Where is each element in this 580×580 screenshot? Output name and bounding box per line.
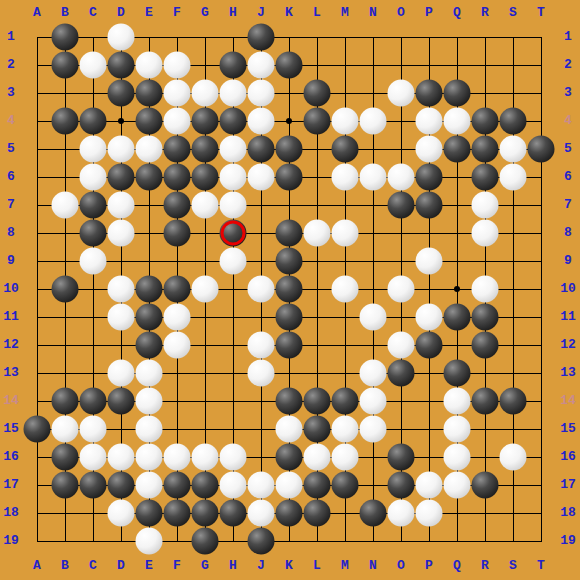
point-D16[interactable]	[107, 443, 135, 471]
point-K3[interactable]	[275, 79, 303, 107]
point-H6[interactable]	[219, 163, 247, 191]
point-B16[interactable]	[51, 443, 79, 471]
white-stone[interactable]	[220, 80, 247, 107]
black-stone[interactable]	[304, 108, 331, 135]
point-K4[interactable]	[275, 107, 303, 135]
point-H16[interactable]	[219, 443, 247, 471]
point-T18[interactable]	[527, 499, 555, 527]
point-H18[interactable]	[219, 499, 247, 527]
point-P6[interactable]	[415, 163, 443, 191]
point-T19[interactable]	[527, 527, 555, 555]
white-stone[interactable]	[220, 472, 247, 499]
point-J4[interactable]	[247, 107, 275, 135]
point-C16[interactable]	[79, 443, 107, 471]
point-T15[interactable]	[527, 415, 555, 443]
point-L2[interactable]	[303, 51, 331, 79]
black-stone[interactable]	[276, 52, 303, 79]
point-K6[interactable]	[275, 163, 303, 191]
point-F19[interactable]	[163, 527, 191, 555]
point-F1[interactable]	[163, 23, 191, 51]
point-N6[interactable]	[359, 163, 387, 191]
point-J8[interactable]	[247, 219, 275, 247]
point-N10[interactable]	[359, 275, 387, 303]
point-J9[interactable]	[247, 247, 275, 275]
black-stone[interactable]	[304, 80, 331, 107]
point-K1[interactable]	[275, 23, 303, 51]
point-J1[interactable]	[247, 23, 275, 51]
point-C17[interactable]	[79, 471, 107, 499]
black-stone[interactable]	[472, 108, 499, 135]
point-D2[interactable]	[107, 51, 135, 79]
point-T11[interactable]	[527, 303, 555, 331]
white-stone[interactable]	[108, 220, 135, 247]
black-stone[interactable]	[52, 276, 79, 303]
point-S15[interactable]	[499, 415, 527, 443]
black-stone[interactable]	[136, 80, 163, 107]
point-L1[interactable]	[303, 23, 331, 51]
black-stone[interactable]	[416, 332, 443, 359]
white-stone[interactable]	[416, 500, 443, 527]
point-J17[interactable]	[247, 471, 275, 499]
point-F4[interactable]	[163, 107, 191, 135]
point-C8[interactable]	[79, 219, 107, 247]
white-stone[interactable]	[332, 416, 359, 443]
point-R18[interactable]	[471, 499, 499, 527]
black-stone[interactable]	[80, 108, 107, 135]
black-stone[interactable]	[388, 444, 415, 471]
white-stone[interactable]	[360, 388, 387, 415]
point-H8[interactable]	[219, 219, 247, 247]
point-P18[interactable]	[415, 499, 443, 527]
point-E7[interactable]	[135, 191, 163, 219]
point-G9[interactable]	[191, 247, 219, 275]
point-Q14[interactable]	[443, 387, 471, 415]
point-O8[interactable]	[387, 219, 415, 247]
point-R3[interactable]	[471, 79, 499, 107]
point-B1[interactable]	[51, 23, 79, 51]
point-R4[interactable]	[471, 107, 499, 135]
white-stone[interactable]	[136, 472, 163, 499]
point-N12[interactable]	[359, 331, 387, 359]
point-Q5[interactable]	[443, 135, 471, 163]
point-T9[interactable]	[527, 247, 555, 275]
point-T5[interactable]	[527, 135, 555, 163]
white-stone[interactable]	[164, 52, 191, 79]
white-stone[interactable]	[500, 164, 527, 191]
point-N14[interactable]	[359, 387, 387, 415]
black-stone[interactable]	[472, 164, 499, 191]
point-P13[interactable]	[415, 359, 443, 387]
black-stone[interactable]	[52, 108, 79, 135]
white-stone[interactable]	[444, 108, 471, 135]
point-S18[interactable]	[499, 499, 527, 527]
black-stone[interactable]	[304, 416, 331, 443]
point-P11[interactable]	[415, 303, 443, 331]
point-D15[interactable]	[107, 415, 135, 443]
point-L8[interactable]	[303, 219, 331, 247]
point-T2[interactable]	[527, 51, 555, 79]
point-T6[interactable]	[527, 163, 555, 191]
point-H12[interactable]	[219, 331, 247, 359]
point-S10[interactable]	[499, 275, 527, 303]
black-stone[interactable]	[108, 52, 135, 79]
point-H3[interactable]	[219, 79, 247, 107]
point-C5[interactable]	[79, 135, 107, 163]
white-stone[interactable]	[304, 444, 331, 471]
point-O12[interactable]	[387, 331, 415, 359]
point-C13[interactable]	[79, 359, 107, 387]
point-G1[interactable]	[191, 23, 219, 51]
point-O15[interactable]	[387, 415, 415, 443]
white-stone[interactable]	[80, 416, 107, 443]
point-B19[interactable]	[51, 527, 79, 555]
point-H11[interactable]	[219, 303, 247, 331]
point-B3[interactable]	[51, 79, 79, 107]
point-S17[interactable]	[499, 471, 527, 499]
black-stone[interactable]	[276, 500, 303, 527]
black-stone[interactable]	[164, 192, 191, 219]
point-O14[interactable]	[387, 387, 415, 415]
point-O13[interactable]	[387, 359, 415, 387]
point-A2[interactable]	[23, 51, 51, 79]
point-M18[interactable]	[331, 499, 359, 527]
black-stone[interactable]	[472, 332, 499, 359]
black-stone[interactable]	[248, 136, 275, 163]
point-O9[interactable]	[387, 247, 415, 275]
point-O3[interactable]	[387, 79, 415, 107]
point-L18[interactable]	[303, 499, 331, 527]
point-A14[interactable]	[23, 387, 51, 415]
white-stone[interactable]	[444, 444, 471, 471]
white-stone[interactable]	[388, 332, 415, 359]
point-M3[interactable]	[331, 79, 359, 107]
black-stone[interactable]	[472, 304, 499, 331]
white-stone[interactable]	[472, 220, 499, 247]
black-stone[interactable]	[388, 472, 415, 499]
point-L6[interactable]	[303, 163, 331, 191]
point-Q10[interactable]	[443, 275, 471, 303]
point-E3[interactable]	[135, 79, 163, 107]
white-stone[interactable]	[332, 220, 359, 247]
point-F8[interactable]	[163, 219, 191, 247]
point-D5[interactable]	[107, 135, 135, 163]
point-T14[interactable]	[527, 387, 555, 415]
point-B4[interactable]	[51, 107, 79, 135]
white-stone[interactable]	[136, 388, 163, 415]
point-T12[interactable]	[527, 331, 555, 359]
point-K15[interactable]	[275, 415, 303, 443]
point-K11[interactable]	[275, 303, 303, 331]
point-F15[interactable]	[163, 415, 191, 443]
point-C1[interactable]	[79, 23, 107, 51]
point-Q16[interactable]	[443, 443, 471, 471]
white-stone[interactable]	[80, 52, 107, 79]
white-stone[interactable]	[416, 472, 443, 499]
white-stone[interactable]	[108, 136, 135, 163]
point-S19[interactable]	[499, 527, 527, 555]
point-J5[interactable]	[247, 135, 275, 163]
point-F13[interactable]	[163, 359, 191, 387]
white-stone[interactable]	[332, 444, 359, 471]
point-T1[interactable]	[527, 23, 555, 51]
point-J3[interactable]	[247, 79, 275, 107]
point-S7[interactable]	[499, 191, 527, 219]
point-M7[interactable]	[331, 191, 359, 219]
point-C2[interactable]	[79, 51, 107, 79]
point-T10[interactable]	[527, 275, 555, 303]
point-L17[interactable]	[303, 471, 331, 499]
white-stone[interactable]	[360, 164, 387, 191]
point-G11[interactable]	[191, 303, 219, 331]
white-stone[interactable]	[388, 276, 415, 303]
point-B6[interactable]	[51, 163, 79, 191]
white-stone[interactable]	[108, 360, 135, 387]
point-G4[interactable]	[191, 107, 219, 135]
point-Q3[interactable]	[443, 79, 471, 107]
point-A4[interactable]	[23, 107, 51, 135]
point-L7[interactable]	[303, 191, 331, 219]
point-O2[interactable]	[387, 51, 415, 79]
point-F18[interactable]	[163, 499, 191, 527]
point-B13[interactable]	[51, 359, 79, 387]
black-stone[interactable]	[164, 472, 191, 499]
point-S12[interactable]	[499, 331, 527, 359]
point-A3[interactable]	[23, 79, 51, 107]
point-B18[interactable]	[51, 499, 79, 527]
black-stone[interactable]	[332, 136, 359, 163]
point-G5[interactable]	[191, 135, 219, 163]
point-F5[interactable]	[163, 135, 191, 163]
point-K8[interactable]	[275, 219, 303, 247]
white-stone[interactable]	[164, 80, 191, 107]
black-stone[interactable]	[220, 52, 247, 79]
point-D19[interactable]	[107, 527, 135, 555]
black-stone[interactable]	[80, 220, 107, 247]
white-stone[interactable]	[108, 500, 135, 527]
point-S2[interactable]	[499, 51, 527, 79]
point-B8[interactable]	[51, 219, 79, 247]
white-stone[interactable]	[220, 192, 247, 219]
point-R10[interactable]	[471, 275, 499, 303]
white-stone[interactable]	[52, 416, 79, 443]
point-Q13[interactable]	[443, 359, 471, 387]
point-A5[interactable]	[23, 135, 51, 163]
point-R11[interactable]	[471, 303, 499, 331]
point-N5[interactable]	[359, 135, 387, 163]
white-stone[interactable]	[332, 276, 359, 303]
white-stone[interactable]	[192, 192, 219, 219]
black-stone[interactable]	[304, 500, 331, 527]
point-R1[interactable]	[471, 23, 499, 51]
black-stone[interactable]	[136, 332, 163, 359]
white-stone[interactable]	[164, 304, 191, 331]
point-G12[interactable]	[191, 331, 219, 359]
point-A16[interactable]	[23, 443, 51, 471]
black-stone[interactable]	[444, 304, 471, 331]
point-D14[interactable]	[107, 387, 135, 415]
black-stone[interactable]	[276, 332, 303, 359]
point-Q19[interactable]	[443, 527, 471, 555]
point-J15[interactable]	[247, 415, 275, 443]
black-stone[interactable]	[80, 388, 107, 415]
point-M10[interactable]	[331, 275, 359, 303]
point-O6[interactable]	[387, 163, 415, 191]
point-P15[interactable]	[415, 415, 443, 443]
black-stone[interactable]	[164, 500, 191, 527]
white-stone[interactable]	[80, 248, 107, 275]
black-stone[interactable]	[444, 360, 471, 387]
point-B11[interactable]	[51, 303, 79, 331]
point-N2[interactable]	[359, 51, 387, 79]
white-stone[interactable]	[416, 108, 443, 135]
black-stone[interactable]	[276, 136, 303, 163]
black-stone[interactable]	[136, 500, 163, 527]
point-H13[interactable]	[219, 359, 247, 387]
point-F12[interactable]	[163, 331, 191, 359]
white-stone[interactable]	[444, 472, 471, 499]
point-D13[interactable]	[107, 359, 135, 387]
white-stone[interactable]	[80, 136, 107, 163]
point-J12[interactable]	[247, 331, 275, 359]
point-D6[interactable]	[107, 163, 135, 191]
point-O1[interactable]	[387, 23, 415, 51]
white-stone[interactable]	[360, 416, 387, 443]
point-J14[interactable]	[247, 387, 275, 415]
black-stone[interactable]	[164, 164, 191, 191]
white-stone[interactable]	[416, 248, 443, 275]
point-P8[interactable]	[415, 219, 443, 247]
point-F6[interactable]	[163, 163, 191, 191]
point-G17[interactable]	[191, 471, 219, 499]
black-stone[interactable]	[416, 192, 443, 219]
black-stone[interactable]	[136, 276, 163, 303]
point-F10[interactable]	[163, 275, 191, 303]
point-P3[interactable]	[415, 79, 443, 107]
point-S13[interactable]	[499, 359, 527, 387]
black-stone[interactable]	[192, 472, 219, 499]
point-S6[interactable]	[499, 163, 527, 191]
point-K19[interactable]	[275, 527, 303, 555]
point-L19[interactable]	[303, 527, 331, 555]
point-L13[interactable]	[303, 359, 331, 387]
point-B17[interactable]	[51, 471, 79, 499]
point-L9[interactable]	[303, 247, 331, 275]
white-stone[interactable]	[108, 304, 135, 331]
point-R14[interactable]	[471, 387, 499, 415]
point-J16[interactable]	[247, 443, 275, 471]
black-stone[interactable]	[52, 444, 79, 471]
white-stone[interactable]	[220, 444, 247, 471]
point-J19[interactable]	[247, 527, 275, 555]
white-stone[interactable]	[248, 360, 275, 387]
black-stone[interactable]	[500, 388, 527, 415]
point-E9[interactable]	[135, 247, 163, 275]
point-N16[interactable]	[359, 443, 387, 471]
white-stone[interactable]	[360, 360, 387, 387]
point-D11[interactable]	[107, 303, 135, 331]
point-H2[interactable]	[219, 51, 247, 79]
point-J7[interactable]	[247, 191, 275, 219]
point-N11[interactable]	[359, 303, 387, 331]
point-T8[interactable]	[527, 219, 555, 247]
black-stone[interactable]	[52, 52, 79, 79]
black-stone[interactable]	[528, 136, 555, 163]
white-stone[interactable]	[472, 276, 499, 303]
black-stone[interactable]	[192, 108, 219, 135]
point-E19[interactable]	[135, 527, 163, 555]
black-stone[interactable]	[276, 276, 303, 303]
black-stone[interactable]	[192, 164, 219, 191]
point-D18[interactable]	[107, 499, 135, 527]
point-H15[interactable]	[219, 415, 247, 443]
point-G2[interactable]	[191, 51, 219, 79]
point-P16[interactable]	[415, 443, 443, 471]
point-J11[interactable]	[247, 303, 275, 331]
point-G14[interactable]	[191, 387, 219, 415]
point-L12[interactable]	[303, 331, 331, 359]
point-K16[interactable]	[275, 443, 303, 471]
white-stone[interactable]	[444, 388, 471, 415]
white-stone[interactable]	[220, 248, 247, 275]
point-L4[interactable]	[303, 107, 331, 135]
white-stone[interactable]	[360, 108, 387, 135]
point-R17[interactable]	[471, 471, 499, 499]
white-stone[interactable]	[136, 444, 163, 471]
point-P12[interactable]	[415, 331, 443, 359]
white-stone[interactable]	[108, 24, 135, 51]
black-stone[interactable]	[472, 388, 499, 415]
point-G10[interactable]	[191, 275, 219, 303]
point-M4[interactable]	[331, 107, 359, 135]
point-C19[interactable]	[79, 527, 107, 555]
point-F9[interactable]	[163, 247, 191, 275]
black-stone[interactable]	[332, 472, 359, 499]
point-B14[interactable]	[51, 387, 79, 415]
point-T13[interactable]	[527, 359, 555, 387]
point-E12[interactable]	[135, 331, 163, 359]
point-K12[interactable]	[275, 331, 303, 359]
point-M1[interactable]	[331, 23, 359, 51]
point-P17[interactable]	[415, 471, 443, 499]
white-stone[interactable]	[248, 500, 275, 527]
point-G19[interactable]	[191, 527, 219, 555]
point-K14[interactable]	[275, 387, 303, 415]
point-J13[interactable]	[247, 359, 275, 387]
black-stone[interactable]	[304, 472, 331, 499]
point-T3[interactable]	[527, 79, 555, 107]
point-S1[interactable]	[499, 23, 527, 51]
black-stone[interactable]	[276, 304, 303, 331]
point-B12[interactable]	[51, 331, 79, 359]
point-A9[interactable]	[23, 247, 51, 275]
point-G7[interactable]	[191, 191, 219, 219]
point-L3[interactable]	[303, 79, 331, 107]
point-D12[interactable]	[107, 331, 135, 359]
point-A8[interactable]	[23, 219, 51, 247]
white-stone[interactable]	[416, 304, 443, 331]
black-stone[interactable]	[276, 164, 303, 191]
point-K13[interactable]	[275, 359, 303, 387]
point-K2[interactable]	[275, 51, 303, 79]
point-R15[interactable]	[471, 415, 499, 443]
point-L5[interactable]	[303, 135, 331, 163]
black-stone[interactable]	[248, 24, 275, 51]
point-O11[interactable]	[387, 303, 415, 331]
point-M19[interactable]	[331, 527, 359, 555]
black-stone[interactable]	[164, 136, 191, 163]
black-stone[interactable]	[360, 500, 387, 527]
point-G16[interactable]	[191, 443, 219, 471]
